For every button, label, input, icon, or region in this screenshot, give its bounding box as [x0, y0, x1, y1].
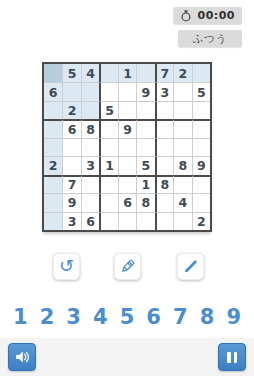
cell-r9c8[interactable] [173, 212, 191, 230]
cell-r3c4[interactable]: 5 [99, 101, 117, 119]
cell-r1c9[interactable] [192, 64, 210, 82]
timer-value: 00:00 [197, 9, 235, 22]
numpad-8[interactable]: 8 [200, 307, 215, 328]
cell-r7c1[interactable] [44, 175, 62, 193]
cell-r3c8[interactable] [173, 101, 191, 119]
cell-r1c6[interactable] [136, 64, 154, 82]
cell-r5c9[interactable] [192, 138, 210, 156]
cell-r4c3[interactable]: 8 [81, 119, 99, 137]
sudoku-board: 541726935256892315897189684362 [42, 62, 212, 232]
cell-r3c3[interactable] [81, 101, 99, 119]
cell-r7c5[interactable] [118, 175, 136, 193]
cell-r5c4[interactable] [99, 138, 117, 156]
numpad-4[interactable]: 4 [93, 307, 108, 328]
cell-r7c6[interactable]: 1 [136, 175, 154, 193]
cell-r4c6[interactable] [136, 119, 154, 137]
cell-r1c2[interactable]: 5 [62, 64, 80, 82]
cell-r5c5[interactable] [118, 138, 136, 156]
cell-r7c2[interactable]: 7 [62, 175, 80, 193]
numpad-2[interactable]: 2 [40, 307, 55, 328]
cell-r4c9[interactable] [192, 119, 210, 137]
cell-r5c2[interactable] [62, 138, 80, 156]
pen-button[interactable] [177, 253, 204, 280]
cell-r9c6[interactable] [136, 212, 154, 230]
undo-icon: ↺ [59, 257, 74, 275]
cell-r7c9[interactable] [192, 175, 210, 193]
cell-r9c2[interactable]: 3 [62, 212, 80, 230]
numpad-3[interactable]: 3 [66, 307, 81, 328]
cell-r2c5[interactable] [118, 82, 136, 100]
cell-r1c4[interactable] [99, 64, 117, 82]
cell-r5c3[interactable] [81, 138, 99, 156]
cell-r9c7[interactable] [155, 212, 173, 230]
cell-r1c1[interactable] [44, 64, 62, 82]
numpad-7[interactable]: 7 [173, 307, 188, 328]
cell-r6c9[interactable]: 9 [192, 156, 210, 174]
cell-r8c7[interactable] [155, 193, 173, 211]
pause-icon [227, 352, 237, 363]
cell-r2c9[interactable]: 5 [192, 82, 210, 100]
cell-r8c4[interactable] [99, 193, 117, 211]
cell-r8c8[interactable]: 4 [173, 193, 191, 211]
cell-r8c9[interactable] [192, 193, 210, 211]
cell-r6c5[interactable] [118, 156, 136, 174]
cell-r4c2[interactable]: 6 [62, 119, 80, 137]
cell-r2c2[interactable] [62, 82, 80, 100]
cell-r6c8[interactable]: 8 [173, 156, 191, 174]
cell-r1c8[interactable]: 2 [173, 64, 191, 82]
cell-r7c3[interactable] [81, 175, 99, 193]
cell-r4c5[interactable]: 9 [118, 119, 136, 137]
numpad-1[interactable]: 1 [13, 307, 28, 328]
pause-button[interactable] [218, 343, 246, 371]
stopwatch-icon [180, 10, 192, 22]
difficulty-badge: ふつう [178, 30, 242, 47]
cell-r4c8[interactable] [173, 119, 191, 137]
footer-bar [0, 338, 254, 376]
cell-r5c8[interactable] [173, 138, 191, 156]
cell-r5c7[interactable] [155, 138, 173, 156]
cell-r6c2[interactable] [62, 156, 80, 174]
pencil-icon [119, 258, 136, 275]
cell-r8c6[interactable]: 8 [136, 193, 154, 211]
numpad-9[interactable]: 9 [226, 307, 241, 328]
cell-r6c1[interactable]: 2 [44, 156, 62, 174]
cell-r7c4[interactable] [99, 175, 117, 193]
cell-r4c4[interactable] [99, 119, 117, 137]
cell-r8c5[interactable]: 6 [118, 193, 136, 211]
cell-r4c7[interactable] [155, 119, 173, 137]
cell-r6c6[interactable]: 5 [136, 156, 154, 174]
cell-r9c3[interactable]: 6 [81, 212, 99, 230]
cell-r9c4[interactable] [99, 212, 117, 230]
cell-r9c5[interactable] [118, 212, 136, 230]
undo-button[interactable]: ↺ [53, 253, 80, 280]
cell-r4c1[interactable] [44, 119, 62, 137]
numpad-6[interactable]: 6 [146, 307, 161, 328]
cell-r2c4[interactable] [99, 82, 117, 100]
cell-r6c3[interactable]: 3 [81, 156, 99, 174]
cell-r1c3[interactable]: 4 [81, 64, 99, 82]
cell-r9c1[interactable] [44, 212, 62, 230]
cell-r5c1[interactable] [44, 138, 62, 156]
cell-r3c6[interactable] [136, 101, 154, 119]
cell-r1c7[interactable]: 7 [155, 64, 173, 82]
cell-r6c4[interactable]: 1 [99, 156, 117, 174]
cell-r2c7[interactable]: 3 [155, 82, 173, 100]
cell-r1c5[interactable]: 1 [118, 64, 136, 82]
cell-r8c3[interactable] [81, 193, 99, 211]
cell-r2c6[interactable]: 9 [136, 82, 154, 100]
speaker-icon [14, 349, 30, 365]
cell-r8c1[interactable] [44, 193, 62, 211]
cell-r6c7[interactable] [155, 156, 173, 174]
pen-icon [182, 258, 199, 275]
number-pad: 123456789 [13, 302, 241, 332]
pencil-button[interactable] [114, 253, 141, 280]
cell-r9c9[interactable]: 2 [192, 212, 210, 230]
cell-r3c7[interactable] [155, 101, 173, 119]
numpad-5[interactable]: 5 [120, 307, 135, 328]
cell-r2c8[interactable] [173, 82, 191, 100]
cell-r3c5[interactable] [118, 101, 136, 119]
cell-r8c2[interactable]: 9 [62, 193, 80, 211]
cell-r2c1[interactable]: 6 [44, 82, 62, 100]
timer-panel: 00:00 [173, 7, 242, 24]
cell-r3c9[interactable] [192, 101, 210, 119]
cell-r3c1[interactable] [44, 101, 62, 119]
cell-r7c7[interactable]: 8 [155, 175, 173, 193]
cell-r7c8[interactable] [173, 175, 191, 193]
sound-button[interactable] [8, 343, 36, 371]
cell-r2c3[interactable] [81, 82, 99, 100]
cell-r3c2[interactable]: 2 [62, 101, 80, 119]
cell-r5c6[interactable] [136, 138, 154, 156]
sudoku-app-screen: 00:00 ふつう 541726935256892315897189684362… [0, 0, 254, 376]
difficulty-label: ふつう [192, 32, 227, 46]
